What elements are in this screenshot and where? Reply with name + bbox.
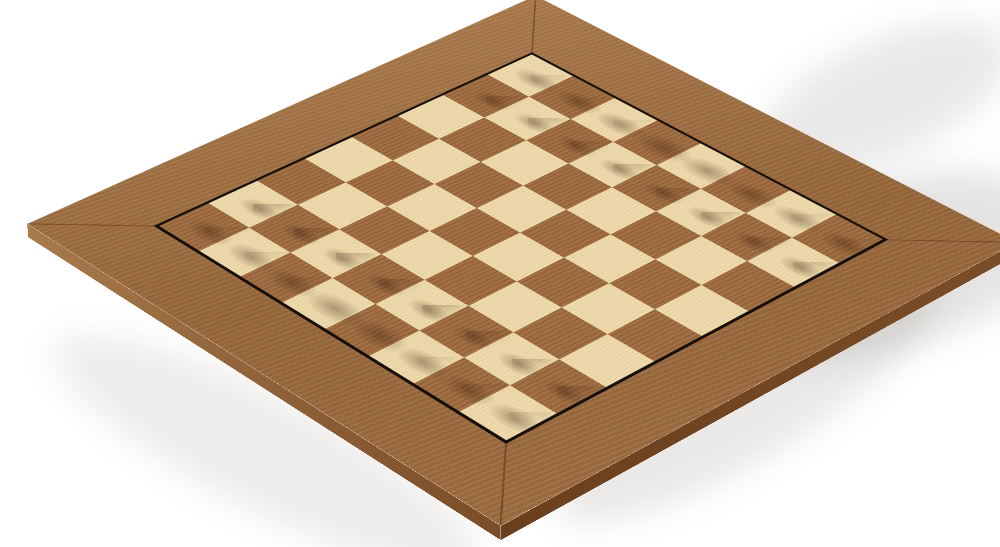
product-photo-scene: ♜♞♝♚♛♝♞♜♟♟♟♟♟♟♟♟♟♟♟♟♟♟♟♟♜♞♝♚♛♝♞♜	[0, 0, 1000, 547]
piece-glyph: ♜	[466, 289, 550, 423]
piece-glyph: ♟	[759, 163, 827, 272]
